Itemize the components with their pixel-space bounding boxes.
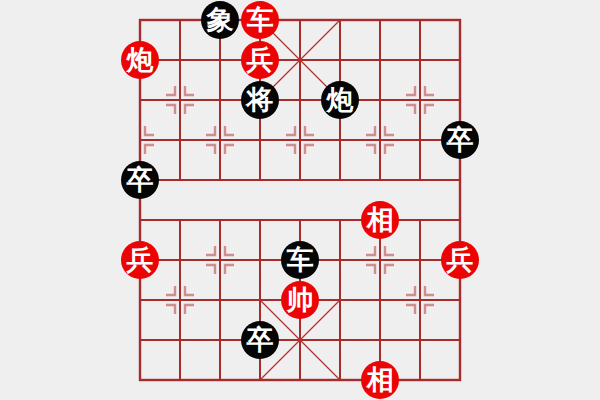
xiangqi-board: 象车炮兵将炮卒卒相兵车兵帅卒相 xyxy=(0,0,600,400)
piece-black-general[interactable]: 将 xyxy=(241,81,279,119)
xiangqi-screen: 象车炮兵将炮卒卒相兵车兵帅卒相 xyxy=(0,0,600,400)
piece-black-elephant[interactable]: 象 xyxy=(201,1,239,39)
piece-black-soldier[interactable]: 卒 xyxy=(241,321,279,359)
pieces-layer: 象车炮兵将炮卒卒相兵车兵帅卒相 xyxy=(120,0,480,400)
piece-red-chariot[interactable]: 车 xyxy=(241,1,279,39)
piece-red-cannon[interactable]: 炮 xyxy=(121,41,159,79)
piece-red-soldier[interactable]: 兵 xyxy=(241,41,279,79)
piece-black-soldier[interactable]: 卒 xyxy=(441,121,479,159)
piece-red-general[interactable]: 帅 xyxy=(281,281,319,319)
piece-black-soldier[interactable]: 卒 xyxy=(121,161,159,199)
piece-red-soldier[interactable]: 兵 xyxy=(121,241,159,279)
piece-red-elephant[interactable]: 相 xyxy=(361,361,399,399)
piece-black-chariot[interactable]: 车 xyxy=(281,241,319,279)
piece-black-cannon[interactable]: 炮 xyxy=(321,81,359,119)
piece-red-soldier[interactable]: 兵 xyxy=(441,241,479,279)
piece-red-elephant[interactable]: 相 xyxy=(361,201,399,239)
